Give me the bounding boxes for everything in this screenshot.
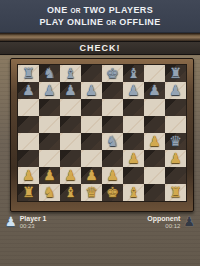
square-g3[interactable] [144,150,165,167]
square-f5[interactable] [123,116,144,133]
square-g4[interactable]: ♟ [144,133,165,150]
promo-line-2: PLAY ONLINE OR OFFLINE [39,17,160,28]
app-screen: ONE OR TWO PLAYERS PLAY ONLINE OR OFFLIN… [0,0,200,266]
black-pawn: ♟ [127,82,140,99]
square-f4[interactable] [123,133,144,150]
square-f2[interactable] [123,167,144,184]
white-pawn: ♟ [169,150,182,167]
square-a4[interactable] [18,133,39,150]
square-h6[interactable] [165,99,186,116]
white-pawn: ♟ [43,167,56,184]
white-knight: ♞ [43,184,56,201]
white-pawn-icon: ♟ [5,215,17,229]
white-pawn: ♟ [22,167,35,184]
white-bishop: ♝ [64,184,77,201]
square-e8[interactable]: ♚ [102,65,123,82]
check-status-bar: CHECK! [0,41,200,55]
promo-line-1: ONE OR TWO PLAYERS [47,5,153,16]
white-rook: ♜ [22,184,35,201]
square-e2[interactable]: ♟ [102,167,123,184]
square-d5[interactable] [81,116,102,133]
square-f1[interactable]: ♝ [123,184,144,201]
black-pawn-icon: ♟ [183,215,195,229]
black-bishop: ♝ [64,65,77,82]
white-queen: ♛ [85,184,98,201]
chess-board: ♜♞♝♚♝♜♟♟♟♟♟♟♟♞♟♛♟♟♟♟♟♟♟♜♞♝♛♚♝♜ [17,64,187,202]
black-rook: ♜ [169,65,182,82]
square-d7[interactable]: ♟ [81,82,102,99]
square-a7[interactable]: ♟ [18,82,39,99]
black-pawn: ♟ [64,82,77,99]
square-c1[interactable]: ♝ [60,184,81,201]
square-d3[interactable] [81,150,102,167]
black-pawn: ♟ [22,82,35,99]
square-c5[interactable] [60,116,81,133]
black-king: ♚ [106,65,119,82]
square-a6[interactable] [18,99,39,116]
square-h8[interactable]: ♜ [165,65,186,82]
white-pawn: ♟ [64,167,77,184]
player-clock-bar: ♟ Player 1 00:23 Opponent 00:12 ♟ [0,212,200,232]
square-h4[interactable]: ♛ [165,133,186,150]
square-g8[interactable] [144,65,165,82]
square-e6[interactable] [102,99,123,116]
square-a5[interactable] [18,116,39,133]
white-pawn: ♟ [106,167,119,184]
square-c3[interactable] [60,150,81,167]
square-b6[interactable] [39,99,60,116]
square-g6[interactable] [144,99,165,116]
square-f7[interactable]: ♟ [123,82,144,99]
square-d2[interactable]: ♟ [81,167,102,184]
square-b4[interactable] [39,133,60,150]
square-g7[interactable]: ♟ [144,82,165,99]
square-c2[interactable]: ♟ [60,167,81,184]
table-surface: ♜♞♝♚♝♜♟♟♟♟♟♟♟♞♟♛♟♟♟♟♟♟♟♜♞♝♛♚♝♜ ♟ Player … [0,55,200,266]
square-c7[interactable]: ♟ [60,82,81,99]
black-knight: ♞ [43,65,56,82]
square-g1[interactable] [144,184,165,201]
black-queen: ♛ [169,133,182,150]
opponent-clock: 00:12 [147,223,180,230]
square-h2[interactable] [165,167,186,184]
square-g5[interactable] [144,116,165,133]
square-b8[interactable]: ♞ [39,65,60,82]
square-h1[interactable]: ♜ [165,184,186,201]
opponent-name: Opponent [147,215,180,223]
wood-divider [0,33,200,41]
square-d8[interactable] [81,65,102,82]
player1-clock: 00:23 [20,223,47,230]
white-pawn: ♟ [148,133,161,150]
black-bishop: ♝ [127,65,140,82]
square-a3[interactable] [18,150,39,167]
square-d6[interactable] [81,99,102,116]
square-f3[interactable]: ♟ [123,150,144,167]
white-rook: ♜ [169,184,182,201]
white-bishop: ♝ [127,184,140,201]
square-e4[interactable]: ♞ [102,133,123,150]
square-b5[interactable] [39,116,60,133]
square-b3[interactable] [39,150,60,167]
square-c6[interactable] [60,99,81,116]
black-pawn: ♟ [148,82,161,99]
player1-info: ♟ Player 1 00:23 [5,215,47,230]
square-e1[interactable]: ♚ [102,184,123,201]
square-h3[interactable]: ♟ [165,150,186,167]
black-knight: ♞ [106,133,119,150]
square-b1[interactable]: ♞ [39,184,60,201]
opponent-info: Opponent 00:12 ♟ [147,215,195,230]
square-h7[interactable]: ♟ [165,82,186,99]
square-b2[interactable]: ♟ [39,167,60,184]
square-c8[interactable]: ♝ [60,65,81,82]
white-king: ♚ [106,184,119,201]
white-pawn: ♟ [127,150,140,167]
black-pawn: ♟ [85,82,98,99]
square-d4[interactable] [81,133,102,150]
square-e3[interactable] [102,150,123,167]
square-d1[interactable]: ♛ [81,184,102,201]
promo-banner: ONE OR TWO PLAYERS PLAY ONLINE OR OFFLIN… [0,0,200,33]
black-pawn: ♟ [169,82,182,99]
square-g2[interactable] [144,167,165,184]
white-pawn: ♟ [85,167,98,184]
check-status-text: CHECK! [80,43,121,53]
black-pawn: ♟ [43,82,56,99]
chess-board-frame: ♜♞♝♚♝♜♟♟♟♟♟♟♟♞♟♛♟♟♟♟♟♟♟♜♞♝♛♚♝♜ [10,58,194,212]
square-f6[interactable] [123,99,144,116]
square-e7[interactable] [102,82,123,99]
square-c4[interactable] [60,133,81,150]
square-e5[interactable] [102,116,123,133]
square-b7[interactable]: ♟ [39,82,60,99]
square-f8[interactable]: ♝ [123,65,144,82]
square-a1[interactable]: ♜ [18,184,39,201]
square-a2[interactable]: ♟ [18,167,39,184]
black-rook: ♜ [22,65,35,82]
player1-name: Player 1 [20,215,47,223]
square-a8[interactable]: ♜ [18,65,39,82]
square-h5[interactable] [165,116,186,133]
